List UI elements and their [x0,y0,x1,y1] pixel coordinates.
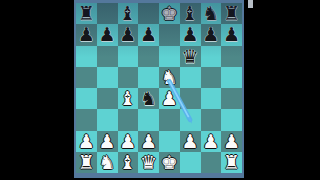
white-queen-d1[interactable]: ♛ [138,152,159,173]
square-e1[interactable]: ♚ [159,152,180,173]
square-g3[interactable] [201,109,222,130]
board-border: ♜♝♚♝♞♜♟♟♟♟♟♟♟♛♞♝♞♟♟♟♟♟♟♟♟♜♞♝♛♚♜ [74,0,244,178]
square-g4[interactable] [201,88,222,109]
square-d8[interactable] [138,3,159,24]
square-a2[interactable]: ♟ [76,131,97,152]
square-e2[interactable] [159,131,180,152]
square-h1[interactable]: ♜ [221,152,242,173]
square-c6[interactable] [118,46,139,67]
white-rook-h1[interactable]: ♜ [221,152,242,173]
square-d5[interactable] [138,67,159,88]
black-pawn-g7[interactable]: ♟ [201,24,222,45]
black-bishop-c8[interactable]: ♝ [118,3,139,24]
square-a5[interactable] [76,67,97,88]
square-h8[interactable]: ♜ [221,3,242,24]
square-e3[interactable] [159,109,180,130]
square-h4[interactable] [221,88,242,109]
white-knight-e5[interactable]: ♞ [159,67,180,88]
square-b8[interactable] [97,3,118,24]
square-e4[interactable]: ♟ [159,88,180,109]
square-h2[interactable]: ♟ [221,131,242,152]
square-g2[interactable]: ♟ [201,131,222,152]
square-h6[interactable] [221,46,242,67]
white-knight-b1[interactable]: ♞ [97,152,118,173]
white-king-e1[interactable]: ♚ [159,152,180,173]
white-pawn-d2[interactable]: ♟ [138,131,159,152]
square-f8[interactable]: ♝ [180,3,201,24]
black-rook-h8[interactable]: ♜ [221,3,242,24]
square-e7[interactable] [159,24,180,45]
white-pawn-g2[interactable]: ♟ [201,131,222,152]
white-bishop-c1[interactable]: ♝ [118,152,139,173]
cropped-ui-fragment [248,0,253,8]
square-g8[interactable]: ♞ [201,3,222,24]
letterbox-bottom [74,178,244,180]
screenshot-frame: ♜♝♚♝♞♜♟♟♟♟♟♟♟♛♞♝♞♟♟♟♟♟♟♟♟♜♞♝♛♚♜ [0,0,320,180]
square-c1[interactable]: ♝ [118,152,139,173]
white-pawn-a2[interactable]: ♟ [76,131,97,152]
square-h7[interactable]: ♟ [221,24,242,45]
square-d3[interactable] [138,109,159,130]
square-f6[interactable]: ♛ [180,46,201,67]
square-h3[interactable] [221,109,242,130]
square-b5[interactable] [97,67,118,88]
square-d6[interactable] [138,46,159,67]
square-a1[interactable]: ♜ [76,152,97,173]
black-pawn-f7[interactable]: ♟ [180,24,201,45]
square-g5[interactable] [201,67,222,88]
square-f2[interactable]: ♟ [180,131,201,152]
square-b7[interactable]: ♟ [97,24,118,45]
square-a7[interactable]: ♟ [76,24,97,45]
black-knight-g8[interactable]: ♞ [201,3,222,24]
square-h5[interactable] [221,67,242,88]
square-g6[interactable] [201,46,222,67]
square-a6[interactable] [76,46,97,67]
square-f1[interactable] [180,152,201,173]
square-a3[interactable] [76,109,97,130]
square-c5[interactable] [118,67,139,88]
square-e5[interactable]: ♞ [159,67,180,88]
black-rook-a8[interactable]: ♜ [76,3,97,24]
square-e6[interactable] [159,46,180,67]
black-pawn-b7[interactable]: ♟ [97,24,118,45]
black-pawn-a7[interactable]: ♟ [76,24,97,45]
black-pawn-c7[interactable]: ♟ [118,24,139,45]
square-c3[interactable] [118,109,139,130]
chess-board[interactable]: ♜♝♚♝♞♜♟♟♟♟♟♟♟♛♞♝♞♟♟♟♟♟♟♟♟♜♞♝♛♚♜ [76,3,242,173]
square-d1[interactable]: ♛ [138,152,159,173]
letterbox-right [244,0,320,180]
square-f5[interactable] [180,67,201,88]
square-b1[interactable]: ♞ [97,152,118,173]
square-b6[interactable] [97,46,118,67]
square-f4[interactable] [180,88,201,109]
square-b2[interactable]: ♟ [97,131,118,152]
square-d2[interactable]: ♟ [138,131,159,152]
black-king-e8[interactable]: ♚ [159,3,180,24]
square-d4[interactable]: ♞ [138,88,159,109]
letterbox-left [0,0,74,180]
square-f7[interactable]: ♟ [180,24,201,45]
black-queen-f6[interactable]: ♛ [180,46,201,67]
black-knight-d4[interactable]: ♞ [138,88,159,109]
black-pawn-h7[interactable]: ♟ [221,24,242,45]
square-f3[interactable] [180,109,201,130]
white-pawn-e4[interactable]: ♟ [159,88,180,109]
white-rook-a1[interactable]: ♜ [76,152,97,173]
square-b4[interactable] [97,88,118,109]
square-c2[interactable]: ♟ [118,131,139,152]
white-pawn-c2[interactable]: ♟ [118,131,139,152]
square-e8[interactable]: ♚ [159,3,180,24]
square-g7[interactable]: ♟ [201,24,222,45]
square-a8[interactable]: ♜ [76,3,97,24]
white-pawn-f2[interactable]: ♟ [180,131,201,152]
square-c8[interactable]: ♝ [118,3,139,24]
square-d7[interactable]: ♟ [138,24,159,45]
white-pawn-h2[interactable]: ♟ [221,131,242,152]
square-b3[interactable] [97,109,118,130]
square-c4[interactable]: ♝ [118,88,139,109]
black-bishop-f8[interactable]: ♝ [180,3,201,24]
square-a4[interactable] [76,88,97,109]
square-c7[interactable]: ♟ [118,24,139,45]
white-bishop-c4[interactable]: ♝ [118,88,139,109]
white-pawn-b2[interactable]: ♟ [97,131,118,152]
square-g1[interactable] [201,152,222,173]
black-pawn-d7[interactable]: ♟ [138,24,159,45]
